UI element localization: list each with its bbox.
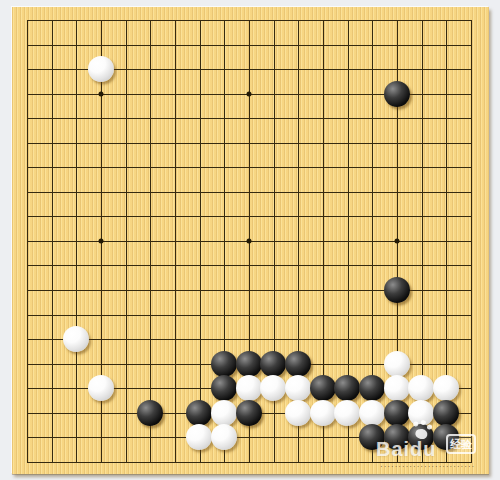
intersection-C17[interactable] bbox=[64, 57, 89, 82]
black-stone[interactable]: ● bbox=[285, 351, 311, 377]
intersection-P5[interactable] bbox=[360, 351, 385, 376]
intersection-P19[interactable] bbox=[360, 8, 385, 33]
intersection-O13[interactable] bbox=[335, 155, 360, 180]
intersection-T2[interactable] bbox=[458, 425, 483, 450]
intersection-S2[interactable]: ● bbox=[434, 425, 459, 450]
intersection-D4[interactable]: ○ bbox=[88, 376, 113, 401]
intersection-H18[interactable] bbox=[187, 32, 212, 57]
intersection-E4[interactable] bbox=[113, 376, 138, 401]
intersection-C8[interactable] bbox=[64, 278, 89, 303]
intersection-M13[interactable] bbox=[286, 155, 311, 180]
intersection-A1[interactable] bbox=[14, 450, 39, 475]
intersection-O2[interactable] bbox=[335, 425, 360, 450]
intersection-B19[interactable] bbox=[39, 8, 64, 33]
intersection-J3[interactable]: ○ bbox=[212, 400, 237, 425]
black-stone[interactable]: ● bbox=[211, 375, 237, 401]
intersection-F1[interactable] bbox=[138, 450, 163, 475]
intersection-L2[interactable] bbox=[261, 425, 286, 450]
intersection-E18[interactable] bbox=[113, 32, 138, 57]
intersection-E17[interactable] bbox=[113, 57, 138, 82]
white-stone[interactable]: ○ bbox=[63, 326, 89, 352]
intersection-E9[interactable] bbox=[113, 253, 138, 278]
intersection-S12[interactable] bbox=[434, 180, 459, 205]
intersection-O15[interactable] bbox=[335, 106, 360, 131]
white-stone[interactable]: ○ bbox=[359, 400, 385, 426]
intersection-B2[interactable] bbox=[39, 425, 64, 450]
intersection-S15[interactable] bbox=[434, 106, 459, 131]
intersection-M19[interactable] bbox=[286, 8, 311, 33]
intersection-M4[interactable]: ○ bbox=[286, 376, 311, 401]
intersection-N16[interactable] bbox=[310, 81, 335, 106]
intersection-M17[interactable] bbox=[286, 57, 311, 82]
intersection-H2[interactable]: ○ bbox=[187, 425, 212, 450]
intersection-B1[interactable] bbox=[39, 450, 64, 475]
intersection-E10[interactable] bbox=[113, 229, 138, 254]
intersection-C16[interactable] bbox=[64, 81, 89, 106]
intersection-N17[interactable] bbox=[310, 57, 335, 82]
intersection-A17[interactable] bbox=[14, 57, 39, 82]
intersection-S4[interactable]: ○ bbox=[434, 376, 459, 401]
intersection-K6[interactable] bbox=[236, 327, 261, 352]
intersection-G11[interactable] bbox=[162, 204, 187, 229]
white-stone[interactable]: ○ bbox=[88, 375, 114, 401]
intersection-B6[interactable] bbox=[39, 327, 64, 352]
intersection-S13[interactable] bbox=[434, 155, 459, 180]
intersection-S19[interactable] bbox=[434, 8, 459, 33]
black-stone[interactable]: ● bbox=[137, 400, 163, 426]
intersection-N14[interactable] bbox=[310, 130, 335, 155]
intersection-E19[interactable] bbox=[113, 8, 138, 33]
intersection-A5[interactable] bbox=[14, 351, 39, 376]
intersection-D1[interactable] bbox=[88, 450, 113, 475]
intersection-L11[interactable] bbox=[261, 204, 286, 229]
intersection-K15[interactable] bbox=[236, 106, 261, 131]
intersection-K12[interactable] bbox=[236, 180, 261, 205]
intersection-H5[interactable] bbox=[187, 351, 212, 376]
intersection-Q15[interactable] bbox=[384, 106, 409, 131]
intersection-S6[interactable] bbox=[434, 327, 459, 352]
intersection-E13[interactable] bbox=[113, 155, 138, 180]
intersection-G2[interactable] bbox=[162, 425, 187, 450]
intersection-R18[interactable] bbox=[409, 32, 434, 57]
intersection-A4[interactable] bbox=[14, 376, 39, 401]
intersection-B18[interactable] bbox=[39, 32, 64, 57]
intersection-N5[interactable] bbox=[310, 351, 335, 376]
intersection-M12[interactable] bbox=[286, 180, 311, 205]
intersection-M1[interactable] bbox=[286, 450, 311, 475]
intersection-P17[interactable] bbox=[360, 57, 385, 82]
intersection-P15[interactable] bbox=[360, 106, 385, 131]
intersection-E11[interactable] bbox=[113, 204, 138, 229]
intersection-J5[interactable]: ● bbox=[212, 351, 237, 376]
white-stone[interactable]: ○ bbox=[334, 400, 360, 426]
intersection-Q6[interactable] bbox=[384, 327, 409, 352]
intersection-H8[interactable] bbox=[187, 278, 212, 303]
intersection-A6[interactable] bbox=[14, 327, 39, 352]
black-stone[interactable]: ● bbox=[334, 375, 360, 401]
intersection-F7[interactable] bbox=[138, 302, 163, 327]
black-stone[interactable]: ● bbox=[384, 81, 410, 107]
intersection-P4[interactable]: ● bbox=[360, 376, 385, 401]
intersection-P12[interactable] bbox=[360, 180, 385, 205]
intersection-R11[interactable] bbox=[409, 204, 434, 229]
intersection-P7[interactable] bbox=[360, 302, 385, 327]
intersection-C12[interactable] bbox=[64, 180, 89, 205]
black-stone[interactable]: ● bbox=[433, 400, 459, 426]
intersection-M5[interactable]: ● bbox=[286, 351, 311, 376]
intersection-N3[interactable]: ○ bbox=[310, 400, 335, 425]
intersection-M9[interactable] bbox=[286, 253, 311, 278]
intersection-Q14[interactable] bbox=[384, 130, 409, 155]
intersection-T17[interactable] bbox=[458, 57, 483, 82]
white-stone[interactable]: ○ bbox=[236, 375, 262, 401]
intersection-J14[interactable] bbox=[212, 130, 237, 155]
intersection-R8[interactable] bbox=[409, 278, 434, 303]
intersection-J1[interactable] bbox=[212, 450, 237, 475]
intersection-D10[interactable] bbox=[88, 229, 113, 254]
intersection-D19[interactable] bbox=[88, 8, 113, 33]
intersection-J17[interactable] bbox=[212, 57, 237, 82]
intersection-P2[interactable]: ● bbox=[360, 425, 385, 450]
intersection-L9[interactable] bbox=[261, 253, 286, 278]
intersection-G18[interactable] bbox=[162, 32, 187, 57]
intersection-H11[interactable] bbox=[187, 204, 212, 229]
intersection-O16[interactable] bbox=[335, 81, 360, 106]
intersection-A16[interactable] bbox=[14, 81, 39, 106]
intersection-P1[interactable] bbox=[360, 450, 385, 475]
white-stone[interactable]: ○ bbox=[285, 400, 311, 426]
intersection-L1[interactable] bbox=[261, 450, 286, 475]
intersection-D18[interactable] bbox=[88, 32, 113, 57]
intersection-R13[interactable] bbox=[409, 155, 434, 180]
intersection-E7[interactable] bbox=[113, 302, 138, 327]
intersection-T7[interactable] bbox=[458, 302, 483, 327]
intersection-R9[interactable] bbox=[409, 253, 434, 278]
intersection-K13[interactable] bbox=[236, 155, 261, 180]
intersection-T15[interactable] bbox=[458, 106, 483, 131]
intersection-C19[interactable] bbox=[64, 8, 89, 33]
intersection-B17[interactable] bbox=[39, 57, 64, 82]
intersection-T6[interactable] bbox=[458, 327, 483, 352]
intersection-P10[interactable] bbox=[360, 229, 385, 254]
intersection-S17[interactable] bbox=[434, 57, 459, 82]
intersection-B7[interactable] bbox=[39, 302, 64, 327]
intersection-R16[interactable] bbox=[409, 81, 434, 106]
intersection-K11[interactable] bbox=[236, 204, 261, 229]
intersection-G8[interactable] bbox=[162, 278, 187, 303]
intersection-D17[interactable]: ○ bbox=[88, 57, 113, 82]
intersection-A15[interactable] bbox=[14, 106, 39, 131]
intersection-K18[interactable] bbox=[236, 32, 261, 57]
intersection-N13[interactable] bbox=[310, 155, 335, 180]
intersection-N11[interactable] bbox=[310, 204, 335, 229]
intersection-Q3[interactable]: ● bbox=[384, 400, 409, 425]
intersection-S3[interactable]: ● bbox=[434, 400, 459, 425]
intersection-F16[interactable] bbox=[138, 81, 163, 106]
intersection-J6[interactable] bbox=[212, 327, 237, 352]
intersection-O7[interactable] bbox=[335, 302, 360, 327]
intersection-A8[interactable] bbox=[14, 278, 39, 303]
intersection-S8[interactable] bbox=[434, 278, 459, 303]
intersection-C2[interactable] bbox=[64, 425, 89, 450]
intersection-M14[interactable] bbox=[286, 130, 311, 155]
intersection-H15[interactable] bbox=[187, 106, 212, 131]
intersection-F12[interactable] bbox=[138, 180, 163, 205]
intersection-M18[interactable] bbox=[286, 32, 311, 57]
black-stone[interactable]: ● bbox=[260, 351, 286, 377]
intersection-D9[interactable] bbox=[88, 253, 113, 278]
intersection-B13[interactable] bbox=[39, 155, 64, 180]
intersection-O3[interactable]: ○ bbox=[335, 400, 360, 425]
intersection-M16[interactable] bbox=[286, 81, 311, 106]
intersection-O9[interactable] bbox=[335, 253, 360, 278]
intersection-A9[interactable] bbox=[14, 253, 39, 278]
intersection-O14[interactable] bbox=[335, 130, 360, 155]
intersection-T4[interactable] bbox=[458, 376, 483, 401]
intersection-K17[interactable] bbox=[236, 57, 261, 82]
intersection-D2[interactable] bbox=[88, 425, 113, 450]
intersection-F2[interactable] bbox=[138, 425, 163, 450]
intersection-O19[interactable] bbox=[335, 8, 360, 33]
intersection-F4[interactable] bbox=[138, 376, 163, 401]
intersection-R12[interactable] bbox=[409, 180, 434, 205]
intersection-B4[interactable] bbox=[39, 376, 64, 401]
intersection-N1[interactable] bbox=[310, 450, 335, 475]
intersection-N15[interactable] bbox=[310, 106, 335, 131]
intersection-A19[interactable] bbox=[14, 8, 39, 33]
intersection-J15[interactable] bbox=[212, 106, 237, 131]
intersection-K16[interactable] bbox=[236, 81, 261, 106]
intersection-M11[interactable] bbox=[286, 204, 311, 229]
intersection-D13[interactable] bbox=[88, 155, 113, 180]
intersection-Q17[interactable] bbox=[384, 57, 409, 82]
intersection-H19[interactable] bbox=[187, 8, 212, 33]
intersection-H1[interactable] bbox=[187, 450, 212, 475]
white-stone[interactable]: ○ bbox=[88, 56, 114, 82]
intersection-R19[interactable] bbox=[409, 8, 434, 33]
intersection-J12[interactable] bbox=[212, 180, 237, 205]
intersection-T9[interactable] bbox=[458, 253, 483, 278]
intersection-H17[interactable] bbox=[187, 57, 212, 82]
intersection-J8[interactable] bbox=[212, 278, 237, 303]
intersection-K19[interactable] bbox=[236, 8, 261, 33]
intersection-R10[interactable] bbox=[409, 229, 434, 254]
intersection-T18[interactable] bbox=[458, 32, 483, 57]
intersection-P14[interactable] bbox=[360, 130, 385, 155]
intersection-C3[interactable] bbox=[64, 400, 89, 425]
intersection-G10[interactable] bbox=[162, 229, 187, 254]
intersection-J4[interactable]: ● bbox=[212, 376, 237, 401]
intersection-S9[interactable] bbox=[434, 253, 459, 278]
intersection-S14[interactable] bbox=[434, 130, 459, 155]
intersection-P9[interactable] bbox=[360, 253, 385, 278]
intersection-L15[interactable] bbox=[261, 106, 286, 131]
intersection-C13[interactable] bbox=[64, 155, 89, 180]
intersection-D7[interactable] bbox=[88, 302, 113, 327]
intersection-K9[interactable] bbox=[236, 253, 261, 278]
intersection-M7[interactable] bbox=[286, 302, 311, 327]
intersection-N19[interactable] bbox=[310, 8, 335, 33]
intersection-Q18[interactable] bbox=[384, 32, 409, 57]
intersection-J19[interactable] bbox=[212, 8, 237, 33]
black-stone[interactable]: ● bbox=[359, 375, 385, 401]
intersection-B14[interactable] bbox=[39, 130, 64, 155]
intersection-J10[interactable] bbox=[212, 229, 237, 254]
intersection-Q19[interactable] bbox=[384, 8, 409, 33]
intersection-S7[interactable] bbox=[434, 302, 459, 327]
intersection-H4[interactable] bbox=[187, 376, 212, 401]
intersection-G12[interactable] bbox=[162, 180, 187, 205]
intersection-M6[interactable] bbox=[286, 327, 311, 352]
intersection-R14[interactable] bbox=[409, 130, 434, 155]
intersection-G15[interactable] bbox=[162, 106, 187, 131]
intersection-P3[interactable]: ○ bbox=[360, 400, 385, 425]
intersection-K3[interactable]: ● bbox=[236, 400, 261, 425]
intersection-O10[interactable] bbox=[335, 229, 360, 254]
white-stone[interactable]: ○ bbox=[285, 375, 311, 401]
intersection-A7[interactable] bbox=[14, 302, 39, 327]
white-stone[interactable]: ○ bbox=[310, 400, 336, 426]
intersection-T8[interactable] bbox=[458, 278, 483, 303]
intersection-Q4[interactable]: ○ bbox=[384, 376, 409, 401]
intersection-C18[interactable] bbox=[64, 32, 89, 57]
intersection-T3[interactable] bbox=[458, 400, 483, 425]
intersection-R3[interactable]: ○ bbox=[409, 400, 434, 425]
intersection-K1[interactable] bbox=[236, 450, 261, 475]
intersection-D15[interactable] bbox=[88, 106, 113, 131]
black-stone[interactable]: ● bbox=[384, 277, 410, 303]
intersection-G6[interactable] bbox=[162, 327, 187, 352]
intersection-G5[interactable] bbox=[162, 351, 187, 376]
intersection-Q10[interactable] bbox=[384, 229, 409, 254]
intersection-J18[interactable] bbox=[212, 32, 237, 57]
intersection-T19[interactable] bbox=[458, 8, 483, 33]
intersection-D8[interactable] bbox=[88, 278, 113, 303]
intersection-Q7[interactable] bbox=[384, 302, 409, 327]
intersection-K5[interactable]: ● bbox=[236, 351, 261, 376]
white-stone[interactable]: ○ bbox=[186, 424, 212, 450]
white-stone[interactable]: ○ bbox=[408, 400, 434, 426]
intersection-F13[interactable] bbox=[138, 155, 163, 180]
intersection-E16[interactable] bbox=[113, 81, 138, 106]
intersection-F18[interactable] bbox=[138, 32, 163, 57]
intersection-O6[interactable] bbox=[335, 327, 360, 352]
intersection-F3[interactable]: ● bbox=[138, 400, 163, 425]
intersection-N4[interactable]: ● bbox=[310, 376, 335, 401]
intersection-L8[interactable] bbox=[261, 278, 286, 303]
intersection-L4[interactable]: ○ bbox=[261, 376, 286, 401]
intersection-Q2[interactable]: ● bbox=[384, 425, 409, 450]
intersection-R15[interactable] bbox=[409, 106, 434, 131]
intersection-E8[interactable] bbox=[113, 278, 138, 303]
intersection-H3[interactable]: ● bbox=[187, 400, 212, 425]
white-stone[interactable]: ○ bbox=[211, 424, 237, 450]
intersection-B10[interactable] bbox=[39, 229, 64, 254]
intersection-C10[interactable] bbox=[64, 229, 89, 254]
intersection-B8[interactable] bbox=[39, 278, 64, 303]
intersection-J13[interactable] bbox=[212, 155, 237, 180]
intersection-B3[interactable] bbox=[39, 400, 64, 425]
intersection-N12[interactable] bbox=[310, 180, 335, 205]
intersection-R6[interactable] bbox=[409, 327, 434, 352]
intersection-D6[interactable] bbox=[88, 327, 113, 352]
intersection-B15[interactable] bbox=[39, 106, 64, 131]
intersection-F17[interactable] bbox=[138, 57, 163, 82]
intersection-Q5[interactable]: ○ bbox=[384, 351, 409, 376]
intersection-G7[interactable] bbox=[162, 302, 187, 327]
intersection-T13[interactable] bbox=[458, 155, 483, 180]
intersection-L14[interactable] bbox=[261, 130, 286, 155]
intersection-K4[interactable]: ○ bbox=[236, 376, 261, 401]
intersection-C14[interactable] bbox=[64, 130, 89, 155]
intersection-H10[interactable] bbox=[187, 229, 212, 254]
intersection-S1[interactable] bbox=[434, 450, 459, 475]
intersection-O11[interactable] bbox=[335, 204, 360, 229]
intersection-C7[interactable] bbox=[64, 302, 89, 327]
intersection-L12[interactable] bbox=[261, 180, 286, 205]
intersection-M3[interactable]: ○ bbox=[286, 400, 311, 425]
intersection-A3[interactable] bbox=[14, 400, 39, 425]
intersection-D5[interactable] bbox=[88, 351, 113, 376]
go-board[interactable]: ○●●○●●●●○○●○○○●●●○○○●●○●○○○○●○●○○●●●● Ba… bbox=[12, 7, 489, 474]
intersection-G17[interactable] bbox=[162, 57, 187, 82]
intersection-A14[interactable] bbox=[14, 130, 39, 155]
intersection-G16[interactable] bbox=[162, 81, 187, 106]
intersection-F5[interactable] bbox=[138, 351, 163, 376]
intersection-T14[interactable] bbox=[458, 130, 483, 155]
intersection-B11[interactable] bbox=[39, 204, 64, 229]
intersection-N9[interactable] bbox=[310, 253, 335, 278]
intersection-O5[interactable] bbox=[335, 351, 360, 376]
intersection-K2[interactable] bbox=[236, 425, 261, 450]
intersection-E6[interactable] bbox=[113, 327, 138, 352]
white-stone[interactable]: ○ bbox=[384, 375, 410, 401]
black-stone[interactable]: ● bbox=[211, 351, 237, 377]
intersection-H13[interactable] bbox=[187, 155, 212, 180]
intersection-B12[interactable] bbox=[39, 180, 64, 205]
intersection-F10[interactable] bbox=[138, 229, 163, 254]
intersection-L17[interactable] bbox=[261, 57, 286, 82]
intersection-K14[interactable] bbox=[236, 130, 261, 155]
intersection-Q16[interactable]: ● bbox=[384, 81, 409, 106]
white-stone[interactable]: ○ bbox=[384, 351, 410, 377]
intersection-N18[interactable] bbox=[310, 32, 335, 57]
intersection-D16[interactable] bbox=[88, 81, 113, 106]
intersection-O18[interactable] bbox=[335, 32, 360, 57]
intersection-P13[interactable] bbox=[360, 155, 385, 180]
white-stone[interactable]: ○ bbox=[260, 375, 286, 401]
intersection-N7[interactable] bbox=[310, 302, 335, 327]
intersection-C11[interactable] bbox=[64, 204, 89, 229]
intersection-A2[interactable] bbox=[14, 425, 39, 450]
intersection-L16[interactable] bbox=[261, 81, 286, 106]
intersection-K7[interactable] bbox=[236, 302, 261, 327]
intersection-N10[interactable] bbox=[310, 229, 335, 254]
intersection-J16[interactable] bbox=[212, 81, 237, 106]
intersection-F19[interactable] bbox=[138, 8, 163, 33]
intersection-H16[interactable] bbox=[187, 81, 212, 106]
intersection-N8[interactable] bbox=[310, 278, 335, 303]
black-stone[interactable]: ● bbox=[433, 424, 459, 450]
intersection-C15[interactable] bbox=[64, 106, 89, 131]
white-stone[interactable]: ○ bbox=[211, 400, 237, 426]
intersection-F11[interactable] bbox=[138, 204, 163, 229]
intersection-C9[interactable] bbox=[64, 253, 89, 278]
intersection-L18[interactable] bbox=[261, 32, 286, 57]
intersection-S16[interactable] bbox=[434, 81, 459, 106]
intersection-R17[interactable] bbox=[409, 57, 434, 82]
intersection-O17[interactable] bbox=[335, 57, 360, 82]
